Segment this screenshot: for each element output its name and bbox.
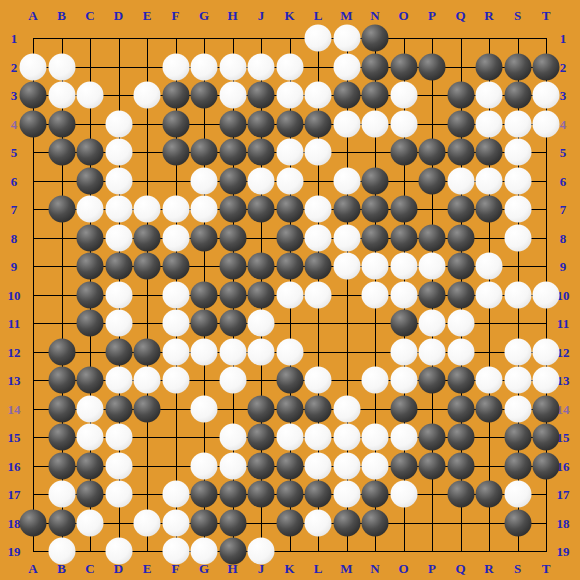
white-stone[interactable] (504, 139, 531, 166)
white-stone[interactable] (305, 139, 332, 166)
white-stone[interactable] (504, 196, 531, 223)
black-stone[interactable] (248, 253, 275, 280)
coord-label-left-13: 13 (8, 374, 21, 387)
black-stone[interactable] (476, 139, 503, 166)
coord-label-left-11: 11 (8, 317, 20, 330)
black-stone[interactable] (276, 196, 303, 223)
black-stone[interactable] (476, 53, 503, 80)
black-stone[interactable] (362, 509, 389, 536)
white-stone[interactable] (105, 224, 132, 251)
white-stone[interactable] (504, 395, 531, 422)
black-stone[interactable] (476, 481, 503, 508)
white-stone[interactable] (504, 281, 531, 308)
black-stone[interactable] (276, 395, 303, 422)
black-stone[interactable] (333, 82, 360, 109)
coord-label-left-10: 10 (8, 288, 21, 301)
white-stone[interactable] (248, 53, 275, 80)
black-stone[interactable] (333, 196, 360, 223)
black-stone[interactable] (162, 253, 189, 280)
black-stone[interactable] (20, 82, 47, 109)
black-stone[interactable] (533, 452, 560, 479)
black-stone[interactable] (276, 367, 303, 394)
black-stone[interactable] (276, 509, 303, 536)
coord-label-right-17: 17 (557, 488, 570, 501)
white-stone[interactable] (48, 538, 75, 565)
coord-label-top-L: L (314, 9, 323, 22)
white-stone[interactable] (162, 196, 189, 223)
black-stone[interactable] (77, 224, 104, 251)
black-stone[interactable] (219, 196, 246, 223)
white-stone[interactable] (276, 139, 303, 166)
white-stone[interactable] (248, 338, 275, 365)
coord-label-top-P: P (428, 9, 436, 22)
white-stone[interactable] (162, 538, 189, 565)
black-stone[interactable] (219, 139, 246, 166)
white-stone[interactable] (105, 367, 132, 394)
coord-label-left-19: 19 (8, 545, 21, 558)
white-stone[interactable] (162, 224, 189, 251)
coord-label-top-J: J (258, 9, 265, 22)
white-stone[interactable] (333, 53, 360, 80)
black-stone[interactable] (447, 452, 474, 479)
coord-label-top-H: H (227, 9, 237, 22)
black-stone[interactable] (305, 110, 332, 137)
white-stone[interactable] (48, 53, 75, 80)
coord-label-left-7: 7 (11, 203, 18, 216)
white-stone[interactable] (333, 481, 360, 508)
black-stone[interactable] (419, 53, 446, 80)
coord-label-right-7: 7 (560, 203, 567, 216)
coord-label-top-A: A (28, 9, 37, 22)
black-stone[interactable] (276, 452, 303, 479)
black-stone[interactable] (533, 53, 560, 80)
black-stone[interactable] (105, 395, 132, 422)
coord-label-bottom-A: A (28, 562, 37, 575)
white-stone[interactable] (219, 53, 246, 80)
white-stone[interactable] (191, 196, 218, 223)
coord-label-right-8: 8 (560, 231, 567, 244)
black-stone[interactable] (77, 167, 104, 194)
white-stone[interactable] (248, 310, 275, 337)
white-stone[interactable] (276, 424, 303, 451)
coord-label-right-9: 9 (560, 260, 567, 273)
black-stone[interactable] (362, 167, 389, 194)
white-stone[interactable] (476, 253, 503, 280)
black-stone[interactable] (134, 253, 161, 280)
white-stone[interactable] (333, 253, 360, 280)
black-stone[interactable] (191, 139, 218, 166)
white-stone[interactable] (390, 367, 417, 394)
black-stone[interactable] (362, 196, 389, 223)
coord-label-top-O: O (398, 9, 408, 22)
white-stone[interactable] (362, 253, 389, 280)
black-stone[interactable] (162, 82, 189, 109)
coord-label-top-G: G (199, 9, 209, 22)
black-stone[interactable] (77, 253, 104, 280)
white-stone[interactable] (390, 281, 417, 308)
coord-label-bottom-E: E (143, 562, 152, 575)
coord-label-top-M: M (340, 9, 352, 22)
black-stone[interactable] (305, 395, 332, 422)
white-stone[interactable] (105, 110, 132, 137)
black-stone[interactable] (48, 424, 75, 451)
white-stone[interactable] (191, 167, 218, 194)
black-stone[interactable] (248, 424, 275, 451)
black-stone[interactable] (447, 110, 474, 137)
black-stone[interactable] (419, 367, 446, 394)
black-stone[interactable] (105, 338, 132, 365)
coord-label-left-8: 8 (11, 231, 18, 244)
coord-label-top-E: E (143, 9, 152, 22)
white-stone[interactable] (333, 452, 360, 479)
black-stone[interactable] (476, 395, 503, 422)
white-stone[interactable] (333, 110, 360, 137)
white-stone[interactable] (105, 424, 132, 451)
go-board: AABBCCDDEEFFGGHHJJKKLLMMNNOOPPQQRRSSTT11… (0, 0, 580, 580)
black-stone[interactable] (533, 424, 560, 451)
white-stone[interactable] (219, 424, 246, 451)
black-stone[interactable] (219, 110, 246, 137)
white-stone[interactable] (276, 82, 303, 109)
white-stone[interactable] (48, 481, 75, 508)
coord-label-bottom-P: P (428, 562, 436, 575)
white-stone[interactable] (191, 395, 218, 422)
black-stone[interactable] (191, 224, 218, 251)
coord-label-bottom-L: L (314, 562, 323, 575)
black-stone[interactable] (20, 509, 47, 536)
white-stone[interactable] (447, 167, 474, 194)
black-stone[interactable] (276, 253, 303, 280)
black-stone[interactable] (447, 424, 474, 451)
white-stone[interactable] (134, 196, 161, 223)
white-stone[interactable] (533, 281, 560, 308)
white-stone[interactable] (48, 82, 75, 109)
black-stone[interactable] (248, 452, 275, 479)
coord-label-left-6: 6 (11, 174, 18, 187)
white-stone[interactable] (305, 367, 332, 394)
white-stone[interactable] (333, 224, 360, 251)
coord-label-bottom-M: M (340, 562, 352, 575)
white-stone[interactable] (476, 281, 503, 308)
black-stone[interactable] (419, 167, 446, 194)
white-stone[interactable] (504, 224, 531, 251)
black-stone[interactable] (362, 53, 389, 80)
black-stone[interactable] (219, 481, 246, 508)
black-stone[interactable] (390, 139, 417, 166)
white-stone[interactable] (333, 424, 360, 451)
white-stone[interactable] (305, 424, 332, 451)
white-stone[interactable] (77, 509, 104, 536)
white-stone[interactable] (248, 167, 275, 194)
white-stone[interactable] (134, 82, 161, 109)
black-stone[interactable] (504, 424, 531, 451)
black-stone[interactable] (390, 224, 417, 251)
black-stone[interactable] (219, 167, 246, 194)
coord-label-left-3: 3 (11, 89, 18, 102)
black-stone[interactable] (248, 281, 275, 308)
coord-label-bottom-T: T (542, 562, 551, 575)
white-stone[interactable] (305, 509, 332, 536)
black-stone[interactable] (419, 281, 446, 308)
coord-label-top-F: F (172, 9, 180, 22)
white-stone[interactable] (162, 481, 189, 508)
black-stone[interactable] (419, 452, 446, 479)
white-stone[interactable] (390, 82, 417, 109)
white-stone[interactable] (476, 82, 503, 109)
black-stone[interactable] (390, 196, 417, 223)
white-stone[interactable] (533, 367, 560, 394)
white-stone[interactable] (276, 281, 303, 308)
black-stone[interactable] (362, 481, 389, 508)
black-stone[interactable] (48, 367, 75, 394)
black-stone[interactable] (219, 310, 246, 337)
black-stone[interactable] (191, 481, 218, 508)
white-stone[interactable] (362, 281, 389, 308)
black-stone[interactable] (419, 139, 446, 166)
white-stone[interactable] (248, 538, 275, 565)
white-stone[interactable] (134, 367, 161, 394)
white-stone[interactable] (134, 509, 161, 536)
white-stone[interactable] (476, 110, 503, 137)
black-stone[interactable] (447, 281, 474, 308)
black-stone[interactable] (362, 25, 389, 52)
white-stone[interactable] (191, 538, 218, 565)
coord-label-bottom-K: K (284, 562, 294, 575)
white-stone[interactable] (191, 452, 218, 479)
black-stone[interactable] (504, 452, 531, 479)
white-stone[interactable] (77, 196, 104, 223)
black-stone[interactable] (447, 481, 474, 508)
black-stone[interactable] (48, 110, 75, 137)
white-stone[interactable] (276, 167, 303, 194)
white-stone[interactable] (77, 424, 104, 451)
black-stone[interactable] (48, 139, 75, 166)
white-stone[interactable] (333, 167, 360, 194)
black-stone[interactable] (390, 452, 417, 479)
black-stone[interactable] (48, 338, 75, 365)
black-stone[interactable] (219, 224, 246, 251)
white-stone[interactable] (419, 253, 446, 280)
black-stone[interactable] (276, 224, 303, 251)
white-stone[interactable] (162, 338, 189, 365)
white-stone[interactable] (504, 167, 531, 194)
white-stone[interactable] (305, 281, 332, 308)
coord-label-right-18: 18 (557, 516, 570, 529)
black-stone[interactable] (504, 509, 531, 536)
black-stone[interactable] (447, 224, 474, 251)
black-stone[interactable] (305, 253, 332, 280)
black-stone[interactable] (447, 395, 474, 422)
black-stone[interactable] (533, 395, 560, 422)
white-stone[interactable] (419, 338, 446, 365)
white-stone[interactable] (105, 139, 132, 166)
white-stone[interactable] (305, 224, 332, 251)
white-stone[interactable] (362, 452, 389, 479)
black-stone[interactable] (77, 481, 104, 508)
white-stone[interactable] (504, 367, 531, 394)
black-stone[interactable] (77, 281, 104, 308)
white-stone[interactable] (276, 338, 303, 365)
white-stone[interactable] (77, 82, 104, 109)
white-stone[interactable] (504, 338, 531, 365)
black-stone[interactable] (191, 310, 218, 337)
white-stone[interactable] (447, 338, 474, 365)
black-stone[interactable] (219, 253, 246, 280)
black-stone[interactable] (77, 367, 104, 394)
coord-label-left-4: 4 (11, 117, 18, 130)
black-stone[interactable] (390, 395, 417, 422)
white-stone[interactable] (533, 338, 560, 365)
coord-label-bottom-N: N (370, 562, 379, 575)
white-stone[interactable] (105, 538, 132, 565)
black-stone[interactable] (191, 82, 218, 109)
white-stone[interactable] (533, 110, 560, 137)
white-stone[interactable] (219, 338, 246, 365)
coord-label-top-Q: Q (455, 9, 465, 22)
white-stone[interactable] (105, 481, 132, 508)
coord-label-right-6: 6 (560, 174, 567, 187)
white-stone[interactable] (333, 395, 360, 422)
black-stone[interactable] (248, 481, 275, 508)
white-stone[interactable] (162, 310, 189, 337)
black-stone[interactable] (248, 395, 275, 422)
black-stone[interactable] (305, 481, 332, 508)
white-stone[interactable] (105, 196, 132, 223)
black-stone[interactable] (447, 253, 474, 280)
coord-label-right-2: 2 (560, 60, 567, 73)
coord-label-top-S: S (514, 9, 521, 22)
black-stone[interactable] (504, 53, 531, 80)
black-stone[interactable] (162, 139, 189, 166)
black-stone[interactable] (248, 139, 275, 166)
black-stone[interactable] (419, 224, 446, 251)
coord-label-right-11: 11 (557, 317, 569, 330)
black-stone[interactable] (48, 196, 75, 223)
white-stone[interactable] (191, 338, 218, 365)
black-stone[interactable] (134, 338, 161, 365)
black-stone[interactable] (476, 196, 503, 223)
white-stone[interactable] (105, 281, 132, 308)
white-stone[interactable] (447, 310, 474, 337)
black-stone[interactable] (276, 481, 303, 508)
black-stone[interactable] (362, 82, 389, 109)
white-stone[interactable] (219, 82, 246, 109)
coord-label-left-16: 16 (8, 459, 21, 472)
coord-label-bottom-O: O (398, 562, 408, 575)
black-stone[interactable] (162, 110, 189, 137)
white-stone[interactable] (476, 367, 503, 394)
coord-label-right-5: 5 (560, 146, 567, 159)
white-stone[interactable] (390, 424, 417, 451)
white-stone[interactable] (305, 196, 332, 223)
white-stone[interactable] (362, 367, 389, 394)
black-stone[interactable] (419, 424, 446, 451)
white-stone[interactable] (476, 167, 503, 194)
white-stone[interactable] (77, 395, 104, 422)
black-stone[interactable] (105, 253, 132, 280)
black-stone[interactable] (134, 224, 161, 251)
white-stone[interactable] (362, 110, 389, 137)
coord-label-top-C: C (85, 9, 94, 22)
white-stone[interactable] (504, 481, 531, 508)
white-stone[interactable] (105, 167, 132, 194)
black-stone[interactable] (390, 53, 417, 80)
white-stone[interactable] (105, 310, 132, 337)
coord-label-top-R: R (484, 9, 493, 22)
black-stone[interactable] (447, 82, 474, 109)
white-stone[interactable] (219, 452, 246, 479)
black-stone[interactable] (191, 281, 218, 308)
black-stone[interactable] (48, 452, 75, 479)
coord-label-bottom-C: C (85, 562, 94, 575)
white-stone[interactable] (105, 452, 132, 479)
white-stone[interactable] (305, 25, 332, 52)
white-stone[interactable] (162, 367, 189, 394)
black-stone[interactable] (219, 538, 246, 565)
black-stone[interactable] (504, 82, 531, 109)
white-stone[interactable] (390, 110, 417, 137)
white-stone[interactable] (419, 310, 446, 337)
white-stone[interactable] (333, 25, 360, 52)
coord-label-left-9: 9 (11, 260, 18, 273)
black-stone[interactable] (20, 110, 47, 137)
black-stone[interactable] (447, 139, 474, 166)
white-stone[interactable] (390, 481, 417, 508)
black-stone[interactable] (134, 395, 161, 422)
black-stone[interactable] (77, 310, 104, 337)
coord-label-top-D: D (114, 9, 123, 22)
white-stone[interactable] (162, 281, 189, 308)
black-stone[interactable] (447, 196, 474, 223)
white-stone[interactable] (390, 253, 417, 280)
white-stone[interactable] (219, 367, 246, 394)
coord-label-bottom-Q: Q (455, 562, 465, 575)
black-stone[interactable] (219, 281, 246, 308)
white-stone[interactable] (191, 53, 218, 80)
black-stone[interactable] (48, 395, 75, 422)
white-stone[interactable] (276, 53, 303, 80)
white-stone[interactable] (504, 110, 531, 137)
black-stone[interactable] (248, 110, 275, 137)
black-stone[interactable] (248, 82, 275, 109)
white-stone[interactable] (162, 53, 189, 80)
white-stone[interactable] (305, 452, 332, 479)
white-stone[interactable] (305, 82, 332, 109)
black-stone[interactable] (191, 509, 218, 536)
white-stone[interactable] (20, 53, 47, 80)
black-stone[interactable] (48, 509, 75, 536)
black-stone[interactable] (77, 452, 104, 479)
black-stone[interactable] (77, 139, 104, 166)
black-stone[interactable] (333, 509, 360, 536)
black-stone[interactable] (276, 110, 303, 137)
black-stone[interactable] (219, 509, 246, 536)
coord-label-bottom-S: S (514, 562, 521, 575)
white-stone[interactable] (162, 509, 189, 536)
black-stone[interactable] (390, 310, 417, 337)
coord-label-left-1: 1 (11, 32, 18, 45)
coord-label-bottom-R: R (484, 562, 493, 575)
white-stone[interactable] (362, 424, 389, 451)
black-stone[interactable] (248, 196, 275, 223)
coord-label-left-5: 5 (11, 146, 18, 159)
white-stone[interactable] (533, 82, 560, 109)
white-stone[interactable] (390, 338, 417, 365)
black-stone[interactable] (447, 367, 474, 394)
coord-label-top-K: K (284, 9, 294, 22)
coord-label-right-3: 3 (560, 89, 567, 102)
black-stone[interactable] (362, 224, 389, 251)
